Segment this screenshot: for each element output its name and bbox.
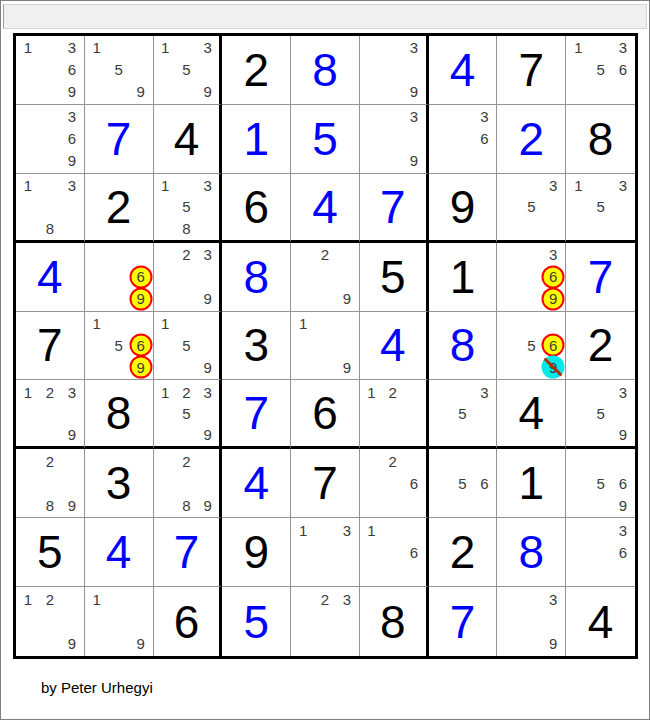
cell-r4c4[interactable]: 8 — [222, 243, 291, 312]
candidate-pos-3 — [336, 313, 358, 335]
candidate-pos-5 — [382, 403, 403, 424]
cell-r8c7[interactable]: 2 — [429, 518, 498, 587]
candidate-pos-2 — [520, 175, 542, 196]
candidate-pos-6: 6 — [612, 472, 634, 494]
candidate-digit: 6 — [68, 62, 76, 77]
candidate-pos-9: 9 — [197, 356, 218, 378]
candidate-pos-7 — [17, 633, 39, 655]
cell-r3c8[interactable]: 35 — [497, 174, 566, 243]
cell-r3c5[interactable]: 4 — [291, 174, 360, 243]
candidate-pos-1 — [361, 106, 382, 128]
candidate-pos-3: 3 — [197, 244, 218, 266]
given-digit: 3 — [222, 312, 290, 380]
candidate-pos-1: 1 — [17, 37, 39, 59]
candidate-digit: 2 — [46, 454, 54, 469]
cell-r1c5[interactable]: 8 — [291, 36, 360, 105]
candidate-digit: 6 — [410, 476, 418, 491]
cell-r3c3[interactable]: 1358 — [154, 174, 223, 243]
cell-r4c5[interactable]: 29 — [291, 243, 360, 312]
cell-r7c1[interactable]: 289 — [16, 449, 85, 518]
pencil-marks: 35 — [430, 381, 496, 445]
candidate-pos-4 — [430, 472, 452, 494]
cell-r2c4[interactable]: 1 — [222, 105, 291, 174]
candidate-pos-1 — [155, 244, 176, 266]
cell-r1c3[interactable]: 1359 — [154, 36, 223, 105]
candidate-pos-8 — [452, 424, 474, 445]
candidate-pos-5: 5 — [452, 472, 474, 494]
candidate-digit: 3 — [619, 178, 627, 193]
candidate-digit: 9 — [204, 84, 212, 99]
candidate-pos-3 — [130, 588, 152, 610]
cell-r3c4[interactable]: 6 — [222, 174, 291, 243]
candidate-digit: 3 — [619, 523, 627, 538]
candidate-pos-9: 9 — [61, 633, 83, 655]
cell-r3c1[interactable]: 138 — [16, 174, 85, 243]
cell-r9c3[interactable]: 6 — [154, 587, 223, 656]
candidate-pos-2 — [108, 588, 130, 610]
cell-r4c7[interactable]: 1 — [429, 243, 498, 312]
solved-digit: 7 — [360, 174, 426, 240]
cell-r3c6[interactable]: 7 — [360, 174, 429, 243]
candidate-pos-8 — [314, 356, 336, 378]
candidate-digit: 3 — [480, 385, 488, 400]
candidate-digit: 1 — [161, 385, 169, 400]
candidate-digit: 9 — [136, 84, 144, 99]
candidate-digit: 1 — [24, 592, 32, 607]
cell-r5c7[interactable]: 8 — [429, 312, 498, 381]
cell-r8c2[interactable]: 4 — [85, 518, 154, 587]
candidate-pos-7 — [155, 494, 176, 516]
cell-r9c4[interactable]: 5 — [222, 587, 291, 656]
pencil-marks: 135 — [567, 175, 634, 239]
candidate-pos-7 — [292, 288, 314, 310]
candidate-pos-1: 1 — [361, 519, 382, 541]
candidate-pos-9: 9 — [61, 424, 83, 445]
candidate-pos-7 — [430, 424, 452, 445]
cell-r5c6[interactable]: 4 — [360, 312, 429, 381]
candidate-pos-7 — [292, 563, 314, 585]
candidate-pos-9: 9 — [336, 356, 358, 378]
candidate-digit: 2 — [389, 385, 397, 400]
given-digit: 1 — [497, 449, 565, 517]
candidate-pos-6: 6 — [612, 541, 634, 563]
candidate-digit: 1 — [367, 523, 375, 538]
candidate-digit: 2 — [46, 592, 54, 607]
candidate-pos-5 — [314, 541, 336, 563]
cell-r6c9[interactable]: 359 — [566, 380, 635, 449]
candidate-pos-6 — [197, 472, 218, 494]
candidate-digit: 9 — [68, 498, 76, 513]
candidate-pos-6 — [403, 403, 424, 424]
candidate-pos-4 — [155, 266, 176, 288]
candidate-pos-7 — [430, 150, 452, 172]
pencil-marks: 1358 — [155, 175, 219, 239]
candidate-pos-3: 3 — [612, 37, 634, 59]
pencil-marks: 1359 — [155, 37, 219, 103]
cell-r6c1[interactable]: 1239 — [16, 380, 85, 449]
given-digit: 5 — [360, 243, 426, 311]
candidate-pos-1: 1 — [361, 381, 382, 402]
candidate-pos-1: 1 — [86, 37, 108, 59]
cell-r9c8[interactable]: 39 — [497, 587, 566, 656]
pencil-marks: 16 — [361, 519, 425, 585]
cell-r5c5[interactable]: 19 — [291, 312, 360, 381]
candidate-pos-1: 1 — [17, 588, 39, 610]
given-digit: 3 — [85, 449, 153, 517]
candidate-pos-3: 3 — [403, 37, 424, 59]
candidate-pos-7 — [86, 288, 108, 310]
candidate-pos-8 — [520, 217, 542, 238]
cell-r5c9[interactable]: 2 — [566, 312, 635, 381]
cell-r5c3[interactable]: 159 — [154, 312, 223, 381]
candidate-digit: 1 — [24, 40, 32, 55]
candidate-pos-2: 2 — [39, 381, 61, 402]
candidate-digit: 6 — [619, 476, 627, 491]
pencil-marks: 359 — [567, 381, 634, 445]
cell-r6c6[interactable]: 12 — [360, 380, 429, 449]
candidate-pos-6 — [612, 403, 634, 424]
cell-r1c9[interactable]: 1356 — [566, 36, 635, 105]
cell-r4c9[interactable]: 7 — [566, 243, 635, 312]
pencil-marks: 138 — [17, 175, 83, 239]
candidate-digit: 8 — [46, 498, 54, 513]
cell-r1c6[interactable]: 39 — [360, 36, 429, 105]
candidate-digit: 5 — [458, 476, 466, 491]
candidate-pos-2: 2 — [176, 244, 197, 266]
candidate-pos-7 — [498, 217, 520, 238]
candidate-pos-5 — [452, 128, 474, 150]
candidate-pos-5: 5 — [176, 59, 197, 81]
solved-digit: 2 — [497, 105, 565, 173]
candidate-pos-4 — [155, 472, 176, 494]
pencil-marks: 36 — [430, 106, 496, 172]
candidate-digit: 1 — [574, 178, 582, 193]
cell-r9c7[interactable]: 7 — [429, 587, 498, 656]
cell-r8c4[interactable]: 9 — [222, 518, 291, 587]
cell-r7c6[interactable]: 26 — [360, 449, 429, 518]
candidate-pos-1: 1 — [292, 519, 314, 541]
candidate-digit: 3 — [549, 592, 557, 607]
pencil-marks: 12 — [361, 381, 425, 445]
candidate-digit: 6 — [136, 269, 144, 284]
candidate-pos-3 — [130, 244, 152, 266]
candidate-pos-3: 3 — [197, 381, 218, 402]
cell-r5c8[interactable]: 569 — [497, 312, 566, 381]
candidate-pos-5: 5 — [589, 403, 611, 424]
pencil-marks: 39 — [361, 37, 425, 103]
pencil-marks: 12359 — [155, 381, 219, 445]
candidate-pos-1: 1 — [567, 175, 589, 196]
cell-r7c3[interactable]: 289 — [154, 449, 223, 518]
candidate-pos-4 — [86, 610, 108, 632]
candidate-pos-6: 6 — [61, 59, 83, 81]
candidate-pos-6 — [336, 335, 358, 357]
given-digit: 8 — [360, 587, 426, 656]
candidate-pos-9: 9 — [197, 494, 218, 516]
candidate-pos-2 — [314, 519, 336, 541]
candidate-pos-1: 1 — [86, 588, 108, 610]
candidate-digit: 6 — [619, 62, 627, 77]
cell-r6c5[interactable]: 6 — [291, 380, 360, 449]
candidate-pos-5 — [39, 128, 61, 150]
candidate-pos-6: 6 — [474, 472, 496, 494]
candidate-pos-3: 3 — [474, 381, 496, 402]
cell-r2c6[interactable]: 39 — [360, 105, 429, 174]
solved-digit: 7 — [429, 587, 497, 656]
candidate-pos-4 — [155, 403, 176, 424]
cell-r8c3[interactable]: 7 — [154, 518, 223, 587]
candidate-pos-7 — [498, 288, 520, 310]
candidate-digit: 9 — [204, 427, 212, 442]
candidate-pos-7 — [361, 150, 382, 172]
candidate-pos-8: 8 — [176, 494, 197, 516]
candidate-pos-4 — [567, 541, 589, 563]
cell-r2c3[interactable]: 4 — [154, 105, 223, 174]
candidate-pos-4 — [430, 403, 452, 424]
candidate-pos-3 — [474, 450, 496, 472]
candidate-pos-9: 9 — [542, 633, 564, 655]
candidate-pos-2 — [589, 450, 611, 472]
cell-r6c7[interactable]: 35 — [429, 380, 498, 449]
cell-r2c9[interactable]: 8 — [566, 105, 635, 174]
solved-digit: 7 — [566, 243, 635, 311]
candidate-digit: 2 — [321, 592, 329, 607]
cell-r6c2[interactable]: 8 — [85, 380, 154, 449]
candidate-pos-5 — [108, 610, 130, 632]
candidate-pos-4 — [17, 128, 39, 150]
cell-r3c9[interactable]: 135 — [566, 174, 635, 243]
candidate-pos-3 — [197, 313, 218, 335]
candidate-digit: 8 — [182, 498, 190, 513]
candidate-pos-8 — [176, 288, 197, 310]
candidate-digit: 3 — [619, 385, 627, 400]
candidate-pos-9 — [612, 81, 634, 103]
cell-r9c5[interactable]: 23 — [291, 587, 360, 656]
candidate-pos-3 — [403, 519, 424, 541]
candidate-pos-8 — [314, 288, 336, 310]
cell-r9c2[interactable]: 19 — [85, 587, 154, 656]
candidate-pos-4 — [17, 403, 39, 424]
cell-r3c2[interactable]: 2 — [85, 174, 154, 243]
solved-digit: 8 — [429, 312, 497, 380]
candidate-pos-9 — [336, 633, 358, 655]
candidate-pos-1 — [17, 450, 39, 472]
candidate-pos-1 — [361, 450, 382, 472]
candidate-digit: 3 — [410, 109, 418, 124]
pencil-marks: 35 — [498, 175, 564, 239]
candidate-pos-4 — [567, 59, 589, 81]
candidate-pos-5 — [382, 541, 403, 563]
candidate-pos-1: 1 — [155, 313, 176, 335]
candidate-digit: 1 — [161, 40, 169, 55]
candidate-digit: 3 — [343, 592, 351, 607]
candidate-pos-6 — [474, 403, 496, 424]
candidate-pos-9 — [474, 494, 496, 516]
candidate-pos-4 — [567, 472, 589, 494]
candidate-pos-2: 2 — [314, 588, 336, 610]
candidate-pos-5: 5 — [520, 196, 542, 217]
candidate-pos-3 — [403, 450, 424, 472]
pencil-marks: 159 — [86, 37, 152, 103]
cell-r8c9[interactable]: 36 — [566, 518, 635, 587]
cell-r2c5[interactable]: 5 — [291, 105, 360, 174]
candidate-pos-5 — [39, 59, 61, 81]
candidate-pos-8 — [108, 633, 130, 655]
candidate-pos-7 — [155, 81, 176, 103]
candidate-pos-9: 9 — [542, 356, 564, 378]
given-digit: 7 — [497, 36, 565, 104]
candidate-pos-1: 1 — [17, 175, 39, 196]
cell-r8c5[interactable]: 13 — [291, 518, 360, 587]
candidate-pos-6 — [61, 403, 83, 424]
candidate-pos-9 — [612, 563, 634, 585]
given-digit: 2 — [566, 312, 635, 380]
cell-r7c9[interactable]: 569 — [566, 449, 635, 518]
sudoku-app-window: 1369159135928394713563697415393628138213… — [0, 0, 650, 720]
cell-r4c2[interactable]: 69 — [85, 243, 154, 312]
cell-r8c6[interactable]: 16 — [360, 518, 429, 587]
cell-r4c3[interactable]: 239 — [154, 243, 223, 312]
given-digit: 9 — [429, 174, 497, 240]
candidate-digit: 9 — [204, 360, 212, 375]
candidate-pos-6 — [197, 196, 218, 217]
candidate-pos-6 — [197, 403, 218, 424]
cell-r2c2[interactable]: 7 — [85, 105, 154, 174]
candidate-pos-6 — [542, 196, 564, 217]
candidate-digit: 3 — [68, 40, 76, 55]
candidate-pos-4 — [86, 59, 108, 81]
candidate-pos-6 — [403, 59, 424, 81]
candidate-pos-9 — [403, 563, 424, 585]
cell-r7c5[interactable]: 7 — [291, 449, 360, 518]
given-digit: 8 — [85, 380, 153, 446]
candidate-pos-6 — [61, 610, 83, 632]
candidate-pos-9 — [612, 217, 634, 238]
cell-r2c7[interactable]: 36 — [429, 105, 498, 174]
candidate-pos-8 — [382, 424, 403, 445]
candidate-pos-7 — [86, 356, 108, 378]
candidate-pos-7 — [17, 217, 39, 238]
candidate-pos-8 — [382, 494, 403, 516]
candidate-pos-2 — [520, 313, 542, 335]
cell-r6c3[interactable]: 12359 — [154, 380, 223, 449]
pencil-marks: 39 — [498, 588, 564, 655]
cell-r2c8[interactable]: 2 — [497, 105, 566, 174]
candidate-pos-5 — [176, 472, 197, 494]
candidate-pos-1 — [292, 244, 314, 266]
candidate-pos-3: 3 — [612, 381, 634, 402]
candidate-pos-3: 3 — [612, 175, 634, 196]
cell-r1c4[interactable]: 2 — [222, 36, 291, 105]
candidate-pos-4 — [292, 541, 314, 563]
candidate-pos-7 — [155, 424, 176, 445]
candidate-pos-9 — [474, 424, 496, 445]
cell-r1c8[interactable]: 7 — [497, 36, 566, 105]
candidate-pos-5 — [39, 403, 61, 424]
given-digit: 8 — [566, 105, 635, 173]
cell-r8c8[interactable]: 8 — [497, 518, 566, 587]
cell-r6c4[interactable]: 7 — [222, 380, 291, 449]
candidate-pos-3 — [403, 381, 424, 402]
candidate-pos-1 — [155, 450, 176, 472]
candidate-pos-1 — [498, 175, 520, 196]
candidate-pos-2 — [176, 175, 197, 196]
candidate-pos-7 — [86, 633, 108, 655]
candidate-pos-5 — [39, 610, 61, 632]
cell-r2c1[interactable]: 369 — [16, 105, 85, 174]
cell-r8c1[interactable]: 5 — [16, 518, 85, 587]
cell-r9c6[interactable]: 8 — [360, 587, 429, 656]
cell-r7c4[interactable]: 4 — [222, 449, 291, 518]
candidate-digit: 1 — [93, 592, 101, 607]
pencil-marks: 569 — [567, 450, 634, 516]
cell-r3c7[interactable]: 9 — [429, 174, 498, 243]
cell-r7c7[interactable]: 56 — [429, 449, 498, 518]
candidate-pos-7 — [498, 356, 520, 378]
candidate-pos-2 — [108, 244, 130, 266]
candidate-pos-7 — [498, 633, 520, 655]
candidate-pos-9: 9 — [130, 288, 152, 310]
candidate-digit: 9 — [343, 291, 351, 306]
cell-r4c8[interactable]: 369 — [497, 243, 566, 312]
cell-r9c9[interactable]: 4 — [566, 587, 635, 656]
candidate-pos-6 — [542, 610, 564, 632]
candidate-digit: 6 — [136, 338, 144, 353]
candidate-pos-5 — [314, 335, 336, 357]
cell-r1c2[interactable]: 159 — [85, 36, 154, 105]
candidate-pos-4 — [361, 403, 382, 424]
candidate-pos-9 — [474, 150, 496, 172]
candidate-digit: 5 — [182, 406, 190, 421]
candidate-pos-4 — [430, 128, 452, 150]
candidate-pos-3 — [130, 313, 152, 335]
cell-r1c7[interactable]: 4 — [429, 36, 498, 105]
candidate-digit: 3 — [204, 40, 212, 55]
candidate-pos-2: 2 — [39, 588, 61, 610]
candidate-pos-1 — [430, 106, 452, 128]
candidate-pos-5: 5 — [589, 472, 611, 494]
cell-r5c2[interactable]: 1569 — [85, 312, 154, 381]
solved-digit: 8 — [291, 36, 359, 104]
candidate-pos-8 — [39, 633, 61, 655]
candidate-digit: 9 — [68, 427, 76, 442]
cell-r4c6[interactable]: 5 — [360, 243, 429, 312]
cell-r4c1[interactable]: 4 — [16, 243, 85, 312]
candidate-digit: 6 — [480, 476, 488, 491]
candidate-pos-9: 9 — [130, 81, 152, 103]
candidate-pos-8 — [382, 150, 403, 172]
candidate-pos-7 — [567, 81, 589, 103]
candidate-pos-7 — [361, 494, 382, 516]
candidate-digit: 2 — [182, 247, 190, 262]
cell-r9c1[interactable]: 129 — [16, 587, 85, 656]
candidate-pos-1 — [567, 381, 589, 402]
cell-r5c4[interactable]: 3 — [222, 312, 291, 381]
candidate-pos-7 — [17, 494, 39, 516]
candidate-pos-4 — [361, 128, 382, 150]
candidate-pos-9: 9 — [61, 494, 83, 516]
cell-r7c2[interactable]: 3 — [85, 449, 154, 518]
cell-r1c1[interactable]: 1369 — [16, 36, 85, 105]
cell-r6c8[interactable]: 4 — [497, 380, 566, 449]
pencil-marks: 69 — [86, 244, 152, 310]
candidate-pos-7 — [567, 217, 589, 238]
author-credit: by Peter Urhegyi — [41, 679, 153, 696]
cell-r7c8[interactable]: 1 — [497, 449, 566, 518]
cell-r5c1[interactable]: 7 — [16, 312, 85, 381]
candidate-pos-7 — [86, 81, 108, 103]
candidate-pos-4 — [17, 472, 39, 494]
